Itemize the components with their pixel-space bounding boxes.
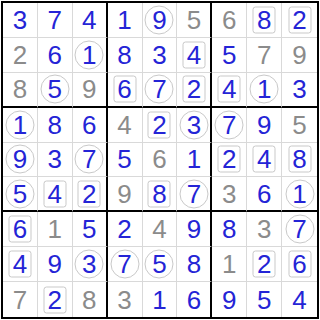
digit: 7 bbox=[152, 76, 166, 102]
digit: 8 bbox=[292, 146, 306, 172]
cell-r2c2[interactable]: 6 bbox=[38, 38, 73, 73]
digit: 2 bbox=[187, 76, 201, 102]
cell-r9c8[interactable]: 5 bbox=[247, 282, 282, 317]
digit: 1 bbox=[292, 181, 306, 207]
cell-r5c5[interactable]: 6 bbox=[143, 143, 178, 178]
digit: 3 bbox=[187, 112, 201, 138]
digit: 2 bbox=[82, 181, 96, 207]
digit: 8 bbox=[187, 251, 201, 277]
cell-r1c9[interactable]: 2 bbox=[282, 3, 317, 38]
digit: 4 bbox=[152, 216, 166, 242]
digit: 8 bbox=[82, 287, 96, 313]
digit: 6 bbox=[187, 287, 201, 313]
cell-r3c8[interactable]: 1 bbox=[247, 73, 282, 108]
cell-r1c7[interactable]: 6 bbox=[212, 3, 247, 38]
cell-r8c6[interactable]: 8 bbox=[177, 247, 212, 282]
digit: 3 bbox=[222, 181, 236, 207]
digit: 1 bbox=[152, 287, 166, 313]
digit: 7 bbox=[257, 42, 271, 68]
digit: 3 bbox=[292, 76, 306, 102]
cell-r4c9[interactable]: 5 bbox=[282, 108, 317, 143]
cell-r8c9[interactable]: 6 bbox=[282, 247, 317, 282]
cell-r8c4[interactable]: 7 bbox=[108, 247, 143, 282]
cell-r9c1[interactable]: 7 bbox=[3, 282, 38, 317]
digit: 5 bbox=[117, 146, 131, 172]
cell-r9c5[interactable]: 1 bbox=[143, 282, 178, 317]
cell-r2c1[interactable]: 2 bbox=[3, 38, 38, 73]
cell-r9c9[interactable]: 4 bbox=[282, 282, 317, 317]
cell-r8c2[interactable]: 9 bbox=[38, 247, 73, 282]
cell-r6c5[interactable]: 8 bbox=[143, 177, 178, 212]
digit: 7 bbox=[48, 7, 62, 33]
cell-r7c8[interactable]: 3 bbox=[247, 212, 282, 247]
digit: 6 bbox=[222, 7, 236, 33]
cell-r3c9[interactable]: 3 bbox=[282, 73, 317, 108]
digit: 8 bbox=[152, 181, 166, 207]
digit: 1 bbox=[13, 112, 27, 138]
cell-r2c3[interactable]: 1 bbox=[73, 38, 108, 73]
digit: 4 bbox=[48, 181, 62, 207]
cell-r5c3[interactable]: 7 bbox=[73, 143, 108, 178]
digit: 1 bbox=[117, 7, 131, 33]
digit: 4 bbox=[257, 146, 271, 172]
digit: 4 bbox=[13, 251, 27, 277]
digit: 1 bbox=[82, 42, 96, 68]
digit: 5 bbox=[187, 7, 201, 33]
cell-r5c8[interactable]: 4 bbox=[247, 143, 282, 178]
cell-r6c2[interactable]: 4 bbox=[38, 177, 73, 212]
digit: 5 bbox=[82, 216, 96, 242]
cell-r3c6[interactable]: 2 bbox=[177, 73, 212, 108]
digit: 2 bbox=[152, 112, 166, 138]
cell-r8c5[interactable]: 5 bbox=[143, 247, 178, 282]
cell-r6c9[interactable]: 1 bbox=[282, 177, 317, 212]
cell-r4c8[interactable]: 9 bbox=[247, 108, 282, 143]
cell-r1c8[interactable]: 8 bbox=[247, 3, 282, 38]
digit: 7 bbox=[187, 181, 201, 207]
cell-r6c8[interactable]: 6 bbox=[247, 177, 282, 212]
cell-r4c2[interactable]: 8 bbox=[38, 108, 73, 143]
digit: 9 bbox=[13, 146, 27, 172]
digit: 7 bbox=[82, 146, 96, 172]
cell-r1c4[interactable]: 1 bbox=[108, 3, 143, 38]
cell-r4c4[interactable]: 4 bbox=[108, 108, 143, 143]
cell-r3c2[interactable]: 5 bbox=[38, 73, 73, 108]
cell-r7c5[interactable]: 4 bbox=[143, 212, 178, 247]
digit: 4 bbox=[222, 76, 236, 102]
cell-r3c4[interactable]: 6 bbox=[108, 73, 143, 108]
cell-r1c6[interactable]: 5 bbox=[177, 3, 212, 38]
cell-r4c5[interactable]: 2 bbox=[143, 108, 178, 143]
digit: 2 bbox=[13, 42, 27, 68]
cell-r2c8[interactable]: 7 bbox=[247, 38, 282, 73]
cell-r3c1[interactable]: 8 bbox=[3, 73, 38, 108]
digit: 7 bbox=[13, 287, 27, 313]
digit: 6 bbox=[257, 181, 271, 207]
cell-r9c3[interactable]: 8 bbox=[73, 282, 108, 317]
digit: 6 bbox=[152, 146, 166, 172]
digit: 9 bbox=[82, 76, 96, 102]
digit: 7 bbox=[117, 251, 131, 277]
digit: 5 bbox=[152, 251, 166, 277]
digit: 3 bbox=[257, 216, 271, 242]
digit: 5 bbox=[292, 112, 306, 138]
digit: 1 bbox=[48, 216, 62, 242]
digit: 2 bbox=[257, 251, 271, 277]
cell-r1c2[interactable]: 7 bbox=[38, 3, 73, 38]
cell-r6c3[interactable]: 2 bbox=[73, 177, 108, 212]
digit: 1 bbox=[187, 146, 201, 172]
cell-r9c7[interactable]: 9 bbox=[212, 282, 247, 317]
digit: 9 bbox=[257, 112, 271, 138]
cell-r1c1[interactable]: 3 bbox=[3, 3, 38, 38]
digit: 3 bbox=[152, 42, 166, 68]
cell-r3c3[interactable]: 9 bbox=[73, 73, 108, 108]
digit: 4 bbox=[187, 42, 201, 68]
digit: 7 bbox=[222, 112, 236, 138]
cell-r5c1[interactable]: 9 bbox=[3, 143, 38, 178]
digit: 9 bbox=[292, 42, 306, 68]
digit: 5 bbox=[13, 181, 27, 207]
cell-r3c7[interactable]: 4 bbox=[212, 73, 247, 108]
cell-r4c7[interactable]: 7 bbox=[212, 108, 247, 143]
cell-r7c9[interactable]: 7 bbox=[282, 212, 317, 247]
cell-r8c3[interactable]: 3 bbox=[73, 247, 108, 282]
cell-r9c6[interactable]: 6 bbox=[177, 282, 212, 317]
cell-r4c6[interactable]: 3 bbox=[177, 108, 212, 143]
digit: 8 bbox=[48, 112, 62, 138]
cell-r7c2[interactable]: 1 bbox=[38, 212, 73, 247]
digit: 5 bbox=[48, 76, 62, 102]
digit: 3 bbox=[82, 251, 96, 277]
cell-r8c7[interactable]: 1 bbox=[212, 247, 247, 282]
cell-r5c9[interactable]: 8 bbox=[282, 143, 317, 178]
digit: 8 bbox=[257, 7, 271, 33]
digit: 2 bbox=[48, 287, 62, 313]
digit: 1 bbox=[222, 251, 236, 277]
digit: 8 bbox=[117, 42, 131, 68]
cell-r2c6[interactable]: 4 bbox=[177, 38, 212, 73]
cell-r2c9[interactable]: 9 bbox=[282, 38, 317, 73]
cell-r7c7[interactable]: 8 bbox=[212, 212, 247, 247]
digit: 6 bbox=[48, 42, 62, 68]
sudoku-board: 3741956822618345798596724131864237959375… bbox=[1, 1, 319, 319]
cell-r8c8[interactable]: 2 bbox=[247, 247, 282, 282]
cell-r4c3[interactable]: 6 bbox=[73, 108, 108, 143]
digit: 3 bbox=[48, 146, 62, 172]
digit: 5 bbox=[257, 287, 271, 313]
digit: 4 bbox=[117, 112, 131, 138]
digit: 9 bbox=[152, 7, 166, 33]
digit: 3 bbox=[117, 287, 131, 313]
digit: 2 bbox=[117, 216, 131, 242]
digit: 6 bbox=[117, 76, 131, 102]
digit: 6 bbox=[292, 251, 306, 277]
digit: 1 bbox=[257, 76, 271, 102]
cell-r6c1[interactable]: 5 bbox=[3, 177, 38, 212]
digit: 8 bbox=[13, 76, 27, 102]
cell-r1c5[interactable]: 9 bbox=[143, 3, 178, 38]
digit: 4 bbox=[292, 287, 306, 313]
cell-r4c1[interactable]: 1 bbox=[3, 108, 38, 143]
cell-r5c6[interactable]: 1 bbox=[177, 143, 212, 178]
cell-r2c7[interactable]: 5 bbox=[212, 38, 247, 73]
digit: 6 bbox=[13, 216, 27, 242]
cell-r1c3[interactable]: 4 bbox=[73, 3, 108, 38]
digit: 9 bbox=[48, 251, 62, 277]
cell-r8c1[interactable]: 4 bbox=[3, 247, 38, 282]
digit: 9 bbox=[187, 216, 201, 242]
cell-r2c4[interactable]: 8 bbox=[108, 38, 143, 73]
cell-r2c5[interactable]: 3 bbox=[143, 38, 178, 73]
cell-r7c1[interactable]: 6 bbox=[3, 212, 38, 247]
digit: 4 bbox=[82, 7, 96, 33]
digit: 6 bbox=[82, 112, 96, 138]
cell-r6c6[interactable]: 7 bbox=[177, 177, 212, 212]
digit: 8 bbox=[222, 216, 236, 242]
digit: 2 bbox=[222, 146, 236, 172]
digit: 3 bbox=[13, 7, 27, 33]
cell-r7c3[interactable]: 5 bbox=[73, 212, 108, 247]
digit: 5 bbox=[222, 42, 236, 68]
cell-r6c4[interactable]: 9 bbox=[108, 177, 143, 212]
cell-r5c4[interactable]: 5 bbox=[108, 143, 143, 178]
cell-r5c7[interactable]: 2 bbox=[212, 143, 247, 178]
sudoku-app: 3741956822618345798596724131864237959375… bbox=[0, 0, 320, 320]
cell-r5c2[interactable]: 3 bbox=[38, 143, 73, 178]
digit: 2 bbox=[292, 7, 306, 33]
digit: 9 bbox=[222, 287, 236, 313]
cell-r7c4[interactable]: 2 bbox=[108, 212, 143, 247]
cell-r9c4[interactable]: 3 bbox=[108, 282, 143, 317]
cell-r6c7[interactable]: 3 bbox=[212, 177, 247, 212]
cell-r9c2[interactable]: 2 bbox=[38, 282, 73, 317]
cell-r7c6[interactable]: 9 bbox=[177, 212, 212, 247]
digit: 7 bbox=[292, 216, 306, 242]
cell-r3c5[interactable]: 7 bbox=[143, 73, 178, 108]
digit: 9 bbox=[117, 181, 131, 207]
